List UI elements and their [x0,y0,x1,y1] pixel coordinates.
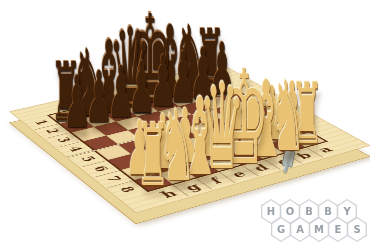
logo-row-games: GAMES [271,217,366,242]
chess-board: 12345678 hgfedcba [9,63,370,213]
product-photo: 12345678 hgfedcba ♜♞♝♛♚♝♞♜♟♟♟♟♟♟♟♟♟♟♟♟♟♟… [0,0,370,246]
hobby-games-logo: HOBBY GAMES [261,199,366,242]
